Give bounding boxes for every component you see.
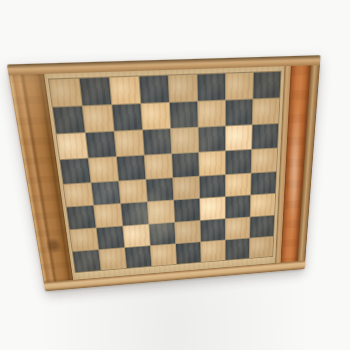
board-square[interactable] xyxy=(146,178,173,202)
wooden-tray-frame xyxy=(7,55,321,291)
board-square[interactable] xyxy=(226,150,251,174)
board-square[interactable] xyxy=(226,125,252,150)
board-square[interactable] xyxy=(171,128,198,153)
board-square[interactable] xyxy=(143,129,171,154)
board-square[interactable] xyxy=(226,73,253,100)
board-square[interactable] xyxy=(172,152,199,176)
board-square[interactable] xyxy=(86,132,116,158)
tray-middle xyxy=(9,65,320,282)
board-square[interactable] xyxy=(67,206,96,229)
board-square[interactable] xyxy=(170,102,198,128)
board-square[interactable] xyxy=(148,201,174,224)
board-square[interactable] xyxy=(175,221,200,243)
board-square[interactable] xyxy=(226,218,250,240)
board-square[interactable] xyxy=(176,242,201,264)
board-square[interactable] xyxy=(149,223,175,245)
board-square[interactable] xyxy=(201,240,225,261)
board-square[interactable] xyxy=(49,79,82,107)
board-square[interactable] xyxy=(200,197,225,220)
board-square[interactable] xyxy=(70,229,98,252)
board-square[interactable] xyxy=(201,219,225,241)
product-photo xyxy=(0,0,350,350)
board-square[interactable] xyxy=(83,105,114,132)
board-square[interactable] xyxy=(57,133,88,159)
board-square[interactable] xyxy=(139,76,168,103)
board-square[interactable] xyxy=(80,78,112,106)
board-square[interactable] xyxy=(250,237,274,258)
board-square[interactable] xyxy=(73,250,101,272)
board-square[interactable] xyxy=(250,216,274,238)
board-field xyxy=(44,66,284,280)
board-square[interactable] xyxy=(252,148,278,172)
board-square[interactable] xyxy=(121,203,148,226)
board-square[interactable] xyxy=(125,246,151,268)
board-square[interactable] xyxy=(198,74,225,101)
board-square[interactable] xyxy=(115,130,144,156)
board-square[interactable] xyxy=(199,126,225,151)
board-square[interactable] xyxy=(251,194,276,217)
board-square[interactable] xyxy=(145,154,173,179)
board-square[interactable] xyxy=(141,103,170,129)
board-square[interactable] xyxy=(151,244,176,266)
board-square[interactable] xyxy=(91,181,120,205)
board-square[interactable] xyxy=(97,227,124,250)
board-square[interactable] xyxy=(119,179,147,203)
board-square[interactable] xyxy=(200,175,225,199)
board-square[interactable] xyxy=(60,158,90,183)
board-square[interactable] xyxy=(169,75,197,102)
board-square[interactable] xyxy=(112,104,142,130)
board-square[interactable] xyxy=(110,77,140,104)
board-square[interactable] xyxy=(226,99,253,125)
board-square[interactable] xyxy=(199,151,225,175)
board-square[interactable] xyxy=(253,72,280,99)
board-square[interactable] xyxy=(252,124,278,149)
board-square[interactable] xyxy=(251,172,276,195)
board-square[interactable] xyxy=(198,101,225,127)
checker-grid xyxy=(48,71,282,273)
board-square[interactable] xyxy=(94,204,122,227)
board-square[interactable] xyxy=(117,155,145,180)
board-tray xyxy=(7,55,321,291)
board-square[interactable] xyxy=(123,225,150,247)
board-square[interactable] xyxy=(253,98,280,124)
board-square[interactable] xyxy=(173,176,199,200)
board-square[interactable] xyxy=(53,106,85,133)
board-square[interactable] xyxy=(226,173,251,196)
board-square[interactable] xyxy=(89,157,118,182)
board-square[interactable] xyxy=(99,248,126,270)
board-square[interactable] xyxy=(226,196,250,219)
board-square[interactable] xyxy=(174,199,200,222)
board-square[interactable] xyxy=(226,239,250,260)
board-square[interactable] xyxy=(63,183,93,207)
